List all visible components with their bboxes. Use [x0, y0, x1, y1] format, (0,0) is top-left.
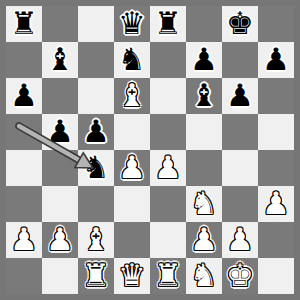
square-h1[interactable] [258, 258, 294, 294]
square-b4[interactable] [42, 150, 78, 186]
square-g1[interactable]: ♚ [222, 258, 258, 294]
square-c2[interactable]: ♝ [78, 222, 114, 258]
square-b7[interactable]: ♝ [42, 42, 78, 78]
black-pawn-c5[interactable]: ♟ [82, 116, 110, 147]
square-d7[interactable]: ♞ [114, 42, 150, 78]
square-f7[interactable]: ♟ [186, 42, 222, 78]
square-h7[interactable]: ♟ [258, 42, 294, 78]
black-pawn-b5[interactable]: ♟ [46, 116, 74, 147]
square-h6[interactable] [258, 78, 294, 114]
square-h3[interactable]: ♟ [258, 186, 294, 222]
chess-board: ♜♛♜♚♝♞♟♟♟♝♝♟♟♟♞♟♟♞♟♟♟♝♟♟♜♛♜♞♚ [6, 6, 294, 294]
square-g4[interactable] [222, 150, 258, 186]
white-pawn-h3[interactable]: ♟ [262, 188, 290, 219]
square-a5[interactable] [6, 114, 42, 150]
black-pawn-a6[interactable]: ♟ [10, 80, 38, 111]
square-a6[interactable]: ♟ [6, 78, 42, 114]
black-bishop-b7[interactable]: ♝ [46, 44, 74, 75]
square-c5[interactable]: ♟ [78, 114, 114, 150]
square-b2[interactable]: ♟ [42, 222, 78, 258]
chess-app-window: ♜♛♜♚♝♞♟♟♟♝♝♟♟♟♞♟♟♞♟♟♟♝♟♟♜♛♜♞♚ [0, 0, 300, 300]
square-a2[interactable]: ♟ [6, 222, 42, 258]
white-pawn-a2[interactable]: ♟ [10, 224, 38, 255]
black-pawn-h7[interactable]: ♟ [262, 44, 290, 75]
black-rook-e8[interactable]: ♜ [154, 8, 182, 39]
square-g5[interactable] [222, 114, 258, 150]
white-knight-f3[interactable]: ♞ [190, 188, 218, 219]
square-c3[interactable] [78, 186, 114, 222]
square-e6[interactable] [150, 78, 186, 114]
square-f8[interactable] [186, 6, 222, 42]
white-pawn-b2[interactable]: ♟ [46, 224, 74, 255]
white-bishop-d6[interactable]: ♝ [118, 80, 146, 111]
white-bishop-c2[interactable]: ♝ [82, 224, 110, 255]
white-king-g1[interactable]: ♚ [226, 260, 254, 291]
square-d1[interactable]: ♛ [114, 258, 150, 294]
square-b3[interactable] [42, 186, 78, 222]
black-pawn-g6[interactable]: ♟ [226, 80, 254, 111]
white-pawn-g2[interactable]: ♟ [226, 224, 254, 255]
square-h5[interactable] [258, 114, 294, 150]
square-d8[interactable]: ♛ [114, 6, 150, 42]
square-g8[interactable]: ♚ [222, 6, 258, 42]
white-pawn-f2[interactable]: ♟ [190, 224, 218, 255]
square-e5[interactable] [150, 114, 186, 150]
black-king-g8[interactable]: ♚ [226, 8, 254, 39]
square-c8[interactable] [78, 6, 114, 42]
square-g2[interactable]: ♟ [222, 222, 258, 258]
square-d5[interactable] [114, 114, 150, 150]
square-a7[interactable] [6, 42, 42, 78]
square-g6[interactable]: ♟ [222, 78, 258, 114]
square-b8[interactable] [42, 6, 78, 42]
white-queen-d1[interactable]: ♛ [118, 260, 146, 291]
square-f5[interactable] [186, 114, 222, 150]
square-d4[interactable]: ♟ [114, 150, 150, 186]
black-rook-a8[interactable]: ♜ [10, 8, 38, 39]
square-e4[interactable]: ♟ [150, 150, 186, 186]
square-d2[interactable] [114, 222, 150, 258]
square-h8[interactable] [258, 6, 294, 42]
square-f3[interactable]: ♞ [186, 186, 222, 222]
square-c7[interactable] [78, 42, 114, 78]
square-g3[interactable] [222, 186, 258, 222]
black-knight-d7[interactable]: ♞ [118, 44, 146, 75]
black-knight-c4[interactable]: ♞ [82, 152, 110, 183]
square-h4[interactable] [258, 150, 294, 186]
white-pawn-e4[interactable]: ♟ [154, 152, 182, 183]
square-c1[interactable]: ♜ [78, 258, 114, 294]
black-pawn-f7[interactable]: ♟ [190, 44, 218, 75]
square-b5[interactable]: ♟ [42, 114, 78, 150]
black-bishop-f6[interactable]: ♝ [190, 80, 218, 111]
square-c4[interactable]: ♞ [78, 150, 114, 186]
square-a3[interactable] [6, 186, 42, 222]
square-e8[interactable]: ♜ [150, 6, 186, 42]
square-f4[interactable] [186, 150, 222, 186]
square-e2[interactable] [150, 222, 186, 258]
white-rook-e1[interactable]: ♜ [154, 260, 182, 291]
square-e3[interactable] [150, 186, 186, 222]
square-b1[interactable] [42, 258, 78, 294]
square-a1[interactable] [6, 258, 42, 294]
square-f1[interactable]: ♞ [186, 258, 222, 294]
square-c6[interactable] [78, 78, 114, 114]
white-knight-f1[interactable]: ♞ [190, 260, 218, 291]
square-f2[interactable]: ♟ [186, 222, 222, 258]
square-e7[interactable] [150, 42, 186, 78]
square-d6[interactable]: ♝ [114, 78, 150, 114]
square-g7[interactable] [222, 42, 258, 78]
square-h2[interactable] [258, 222, 294, 258]
white-pawn-d4[interactable]: ♟ [118, 152, 146, 183]
square-f6[interactable]: ♝ [186, 78, 222, 114]
square-e1[interactable]: ♜ [150, 258, 186, 294]
square-a4[interactable] [6, 150, 42, 186]
square-b6[interactable] [42, 78, 78, 114]
white-rook-c1[interactable]: ♜ [82, 260, 110, 291]
square-a8[interactable]: ♜ [6, 6, 42, 42]
square-d3[interactable] [114, 186, 150, 222]
black-queen-d8[interactable]: ♛ [118, 8, 146, 39]
